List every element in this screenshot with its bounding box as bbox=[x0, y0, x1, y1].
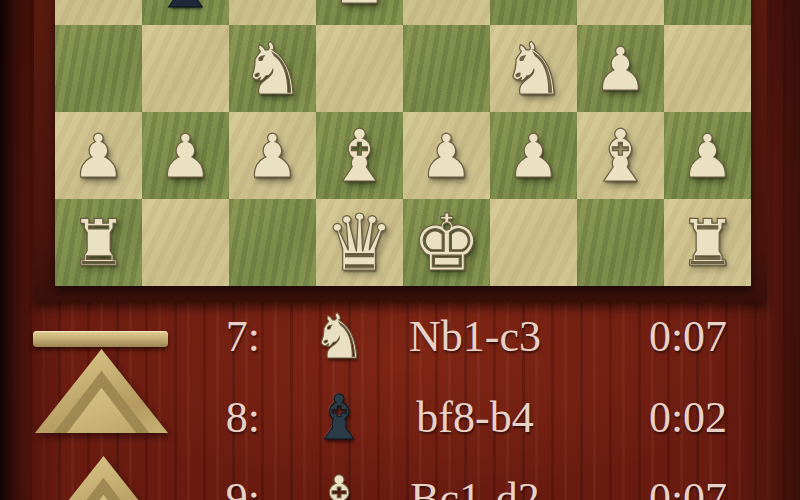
square-b1[interactable] bbox=[142, 199, 229, 286]
square-c4[interactable] bbox=[229, 0, 316, 25]
square-c2[interactable]: ♟ bbox=[229, 112, 316, 199]
square-b4[interactable]: ♝ bbox=[142, 0, 229, 25]
piece-white-P-b2[interactable]: ♟ bbox=[159, 126, 213, 186]
square-b3[interactable] bbox=[142, 25, 229, 112]
chess-app-screen: ♝♟♞♞♟♟♟♟♝♟♟♝♟♜♛♚♜ 7:♞Nb1-c30:078:♝bf8-b4… bbox=[0, 0, 800, 500]
square-f2[interactable]: ♟ bbox=[490, 112, 577, 199]
piece-black-B-b4[interactable]: ♝ bbox=[153, 0, 218, 18]
white-bishop-icon: ♝ bbox=[303, 468, 375, 500]
black-bishop-icon: ♝ bbox=[303, 387, 375, 449]
piece-white-P-c2[interactable]: ♟ bbox=[246, 126, 300, 186]
square-e3[interactable] bbox=[403, 25, 490, 112]
square-f4[interactable] bbox=[490, 0, 577, 25]
square-g3[interactable]: ♟ bbox=[577, 25, 664, 112]
piece-white-R-a1[interactable]: ♜ bbox=[70, 211, 127, 275]
square-b2[interactable]: ♟ bbox=[142, 112, 229, 199]
square-c3[interactable]: ♞ bbox=[229, 25, 316, 112]
move-row-8: 8:♝bf8-b40:02 bbox=[200, 377, 740, 458]
piece-white-P-f2[interactable]: ♟ bbox=[507, 126, 561, 186]
move-time: 0:07 bbox=[638, 296, 738, 377]
move-notation: Nb1-c3 bbox=[380, 296, 570, 377]
move-row-7: 7:♞Nb1-c30:07 bbox=[200, 296, 740, 377]
square-d3[interactable] bbox=[316, 25, 403, 112]
square-d2[interactable]: ♝ bbox=[316, 112, 403, 199]
piece-white-B-d2[interactable]: ♝ bbox=[327, 120, 392, 192]
move-ply-number: 7: bbox=[200, 296, 260, 377]
square-a1[interactable]: ♜ bbox=[55, 199, 142, 286]
square-a3[interactable] bbox=[55, 25, 142, 112]
piece-white-P-h2[interactable]: ♟ bbox=[681, 126, 735, 186]
square-d1[interactable]: ♛ bbox=[316, 199, 403, 286]
piece-white-P-e2[interactable]: ♟ bbox=[420, 126, 474, 186]
white-knight-icon: ♞ bbox=[303, 306, 375, 368]
square-h3[interactable] bbox=[664, 25, 751, 112]
move-ply-number: 8: bbox=[200, 377, 260, 458]
move-notation: Bc1-d2 bbox=[380, 458, 570, 500]
jump-to-start-bar-icon[interactable] bbox=[33, 331, 168, 347]
square-h4[interactable] bbox=[664, 0, 751, 25]
move-ply-number: 9: bbox=[200, 458, 260, 500]
piece-white-Q-d1[interactable]: ♛ bbox=[325, 204, 395, 282]
piece-white-R-h1[interactable]: ♜ bbox=[679, 211, 736, 275]
square-g1[interactable] bbox=[577, 199, 664, 286]
square-e4[interactable] bbox=[403, 0, 490, 25]
piece-white-K-e1[interactable]: ♚ bbox=[412, 204, 482, 282]
square-c1[interactable] bbox=[229, 199, 316, 286]
move-time: 0:07 bbox=[638, 458, 738, 500]
step-back-button[interactable] bbox=[37, 456, 170, 500]
square-d4[interactable]: ♟ bbox=[316, 0, 403, 25]
move-row-9: 9:♝Bc1-d20:07 bbox=[200, 458, 740, 500]
piece-white-N-f3[interactable]: ♞ bbox=[501, 33, 566, 105]
move-list: 7:♞Nb1-c30:078:♝bf8-b40:029:♝Bc1-d20:07 bbox=[200, 296, 740, 500]
piece-white-P-d4[interactable]: ♟ bbox=[333, 0, 387, 12]
square-e2[interactable]: ♟ bbox=[403, 112, 490, 199]
piece-white-B-g2[interactable]: ♝ bbox=[588, 120, 653, 192]
square-f3[interactable]: ♞ bbox=[490, 25, 577, 112]
piece-white-P-a2[interactable]: ♟ bbox=[72, 126, 126, 186]
square-a4[interactable] bbox=[55, 0, 142, 25]
move-notation: bf8-b4 bbox=[380, 377, 570, 458]
square-h2[interactable]: ♟ bbox=[664, 112, 751, 199]
piece-white-P-g3[interactable]: ♟ bbox=[594, 39, 648, 99]
chess-board: ♝♟♞♞♟♟♟♟♝♟♟♝♟♜♛♚♜ bbox=[55, 0, 751, 286]
jump-to-start-button[interactable] bbox=[35, 349, 168, 433]
square-f1[interactable] bbox=[490, 199, 577, 286]
square-e1[interactable]: ♚ bbox=[403, 199, 490, 286]
square-g4[interactable] bbox=[577, 0, 664, 25]
square-h1[interactable]: ♜ bbox=[664, 199, 751, 286]
square-g2[interactable]: ♝ bbox=[577, 112, 664, 199]
square-a2[interactable]: ♟ bbox=[55, 112, 142, 199]
move-time: 0:02 bbox=[638, 377, 738, 458]
piece-white-N-c3[interactable]: ♞ bbox=[240, 33, 305, 105]
